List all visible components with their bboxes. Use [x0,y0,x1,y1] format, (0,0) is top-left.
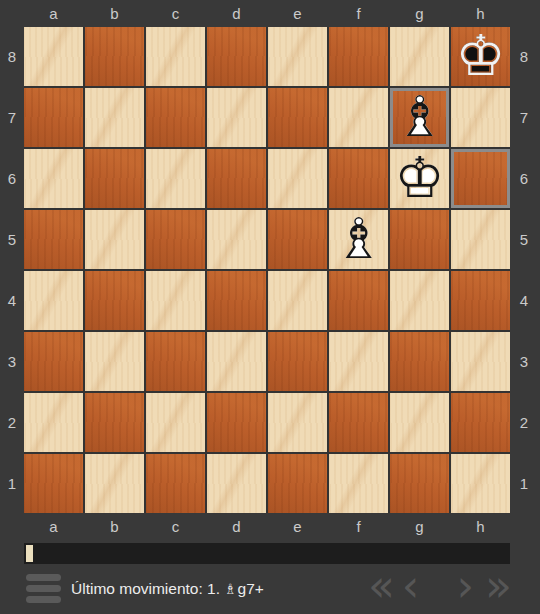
square-e8[interactable] [268,27,327,86]
file-label-a: a [24,6,83,21]
rank-label-3: 3 [8,354,16,369]
square-a5[interactable] [24,210,83,269]
rank-label-6: 6 [520,171,528,186]
file-label-g: g [390,6,449,21]
move-navigation: « ‹ › » [368,567,512,611]
square-d7[interactable] [207,88,266,147]
square-g6[interactable]: ♚♔ [390,149,449,208]
nav-last-button[interactable]: » [485,564,512,608]
square-g8[interactable] [390,27,449,86]
file-label-c: c [146,6,205,21]
square-d6[interactable] [207,149,266,208]
evaluation-bar [24,543,510,564]
square-h5[interactable] [451,210,510,269]
square-g4[interactable] [390,271,449,330]
square-f6[interactable] [329,149,388,208]
square-c5[interactable] [146,210,205,269]
square-e4[interactable] [268,271,327,330]
rank-label-7: 7 [8,110,16,125]
square-e5[interactable] [268,210,327,269]
square-c8[interactable] [146,27,205,86]
square-h7[interactable] [451,88,510,147]
file-label-a: a [24,519,83,534]
square-g2[interactable] [390,393,449,452]
eval-fill [26,545,33,562]
rank-label-5: 5 [8,232,16,247]
square-d3[interactable] [207,332,266,391]
bottom-controls: Último movimiento: 1.♗g7+ « ‹ › » [0,564,540,613]
rank-label-1: 1 [520,476,528,491]
corner-bottom-right [510,513,538,540]
square-c7[interactable] [146,88,205,147]
square-b6[interactable] [85,149,144,208]
nav-next-button[interactable]: › [456,564,474,608]
black-king[interactable]: ♚♔ [451,27,510,86]
square-h3[interactable] [451,332,510,391]
corner-bottom-left [0,513,24,540]
rank-label-8: 8 [8,49,16,64]
square-h2[interactable] [451,393,510,452]
square-h8[interactable]: ♚♔ [451,27,510,86]
square-b3[interactable] [85,332,144,391]
square-d8[interactable] [207,27,266,86]
square-c1[interactable] [146,454,205,513]
square-f1[interactable] [329,454,388,513]
rank-label-8: 8 [520,49,528,64]
square-g3[interactable] [390,332,449,391]
square-a4[interactable] [24,271,83,330]
square-a3[interactable] [24,332,83,391]
square-g1[interactable] [390,454,449,513]
file-label-f: f [329,6,388,21]
square-f2[interactable] [329,393,388,452]
rank-label-4: 4 [8,293,16,308]
square-c2[interactable] [146,393,205,452]
rank-label-6: 6 [8,171,16,186]
square-e3[interactable] [268,332,327,391]
chess-board-area: abcdefgh 87654321 ♚♔♝♗♚♔♝♗ 87654321 abcd… [0,0,538,540]
square-c6[interactable] [146,149,205,208]
nav-previous-button[interactable]: ‹ [402,564,420,608]
square-b5[interactable] [85,210,144,269]
corner-top-right [510,0,538,27]
file-label-g: g [390,519,449,534]
square-a8[interactable] [24,27,83,86]
square-a6[interactable] [24,149,83,208]
hamburger-menu-icon[interactable] [26,574,61,603]
rank-label-3: 3 [520,354,528,369]
file-label-h: h [451,519,510,534]
square-f7[interactable] [329,88,388,147]
bishop-icon: ♗ [224,581,237,597]
rank-label-2: 2 [8,415,16,430]
square-e1[interactable] [268,454,327,513]
square-f3[interactable] [329,332,388,391]
file-labels-bottom: abcdefgh [24,513,510,540]
last-move-value: g7+ [238,580,264,597]
square-a2[interactable] [24,393,83,452]
last-move-status: Último movimiento: 1.♗g7+ [71,580,264,598]
square-g5[interactable] [390,210,449,269]
file-label-d: d [207,519,266,534]
rank-labels-right: 87654321 [510,27,538,513]
square-b8[interactable] [85,27,144,86]
square-h6[interactable] [451,149,510,208]
square-g7[interactable]: ♝♗ [390,88,449,147]
square-d2[interactable] [207,393,266,452]
square-a1[interactable] [24,454,83,513]
square-f5[interactable]: ♝♗ [329,210,388,269]
square-b4[interactable] [85,271,144,330]
square-b1[interactable] [85,454,144,513]
square-h1[interactable] [451,454,510,513]
file-label-b: b [85,519,144,534]
square-e6[interactable] [268,149,327,208]
square-f8[interactable] [329,27,388,86]
rank-label-4: 4 [520,293,528,308]
square-a7[interactable] [24,88,83,147]
last-move-label: Último movimiento: 1. [71,580,220,597]
square-b7[interactable] [85,88,144,147]
file-label-f: f [329,519,388,534]
board: ♚♔♝♗♚♔♝♗ [24,27,510,513]
file-labels-top: abcdefgh [24,0,510,27]
file-label-b: b [85,6,144,21]
white-bishop[interactable]: ♝♗ [329,210,388,269]
square-e7[interactable] [268,88,327,147]
square-c4[interactable] [146,271,205,330]
square-c3[interactable] [146,332,205,391]
white-bishop[interactable]: ♝♗ [390,88,449,147]
rank-labels-left: 87654321 [0,27,24,513]
square-b2[interactable] [85,393,144,452]
nav-first-button[interactable]: « [368,564,395,608]
square-e2[interactable] [268,393,327,452]
file-label-d: d [207,6,266,21]
square-h4[interactable] [451,271,510,330]
white-king[interactable]: ♚♔ [390,149,449,208]
corner-top-left [0,0,24,27]
rank-label-2: 2 [520,415,528,430]
square-d4[interactable] [207,271,266,330]
file-label-e: e [268,6,327,21]
square-d1[interactable] [207,454,266,513]
rank-label-1: 1 [8,476,16,491]
square-d5[interactable] [207,210,266,269]
square-f4[interactable] [329,271,388,330]
file-label-h: h [451,6,510,21]
rank-label-7: 7 [520,110,528,125]
file-label-e: e [268,519,327,534]
file-label-c: c [146,519,205,534]
rank-label-5: 5 [520,232,528,247]
